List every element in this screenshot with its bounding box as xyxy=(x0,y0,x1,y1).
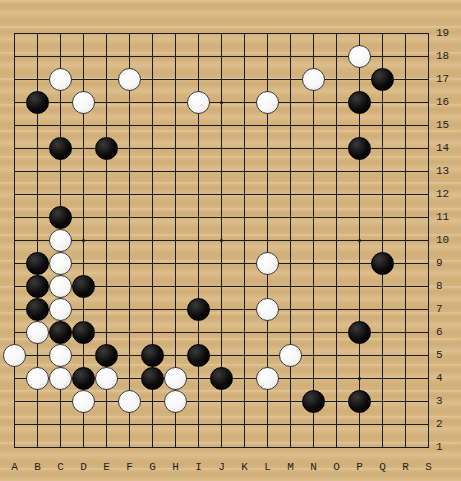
star-point xyxy=(358,239,361,242)
white-stone[interactable] xyxy=(49,298,72,321)
row-label: 13 xyxy=(436,160,461,183)
column-label: K xyxy=(233,459,256,475)
column-label: P xyxy=(348,459,371,475)
white-stone[interactable] xyxy=(49,68,72,91)
row-label: 16 xyxy=(436,91,461,114)
black-stone[interactable] xyxy=(187,344,210,367)
white-stone[interactable] xyxy=(49,275,72,298)
black-stone[interactable] xyxy=(302,390,325,413)
white-stone[interactable] xyxy=(187,91,210,114)
white-stone[interactable] xyxy=(302,68,325,91)
column-label: L xyxy=(256,459,279,475)
black-stone[interactable] xyxy=(26,275,49,298)
row-label: 3 xyxy=(436,390,461,413)
black-stone[interactable] xyxy=(49,137,72,160)
white-stone[interactable] xyxy=(256,367,279,390)
black-stone[interactable] xyxy=(210,367,233,390)
black-stone[interactable] xyxy=(49,206,72,229)
row-label: 8 xyxy=(436,275,461,298)
row-label: 17 xyxy=(436,68,461,91)
row-label: 2 xyxy=(436,413,461,436)
white-stone[interactable] xyxy=(164,390,187,413)
row-label: 14 xyxy=(436,137,461,160)
white-stone[interactable] xyxy=(348,45,371,68)
black-stone[interactable] xyxy=(49,321,72,344)
black-stone[interactable] xyxy=(348,321,371,344)
black-stone[interactable] xyxy=(26,91,49,114)
black-stone[interactable] xyxy=(371,252,394,275)
white-stone[interactable] xyxy=(256,298,279,321)
white-stone[interactable] xyxy=(26,367,49,390)
column-label: D xyxy=(72,459,95,475)
white-stone[interactable] xyxy=(72,91,95,114)
stones-layer[interactable] xyxy=(3,22,440,459)
star-point xyxy=(220,239,223,242)
column-label: M xyxy=(279,459,302,475)
black-stone[interactable] xyxy=(95,344,118,367)
black-stone[interactable] xyxy=(72,367,95,390)
black-stone[interactable] xyxy=(95,137,118,160)
white-stone[interactable] xyxy=(26,321,49,344)
black-stone[interactable] xyxy=(187,298,210,321)
column-label: J xyxy=(210,459,233,475)
white-stone[interactable] xyxy=(118,390,141,413)
row-label: 15 xyxy=(436,114,461,137)
white-stone[interactable] xyxy=(49,252,72,275)
row-label: 10 xyxy=(436,229,461,252)
column-label: E xyxy=(95,459,118,475)
column-label: S xyxy=(417,459,440,475)
column-label: Q xyxy=(371,459,394,475)
row-labels: 19181716151413121110987654321 xyxy=(436,22,461,459)
white-stone[interactable] xyxy=(256,91,279,114)
row-label: 5 xyxy=(436,344,461,367)
column-label: N xyxy=(302,459,325,475)
white-stone[interactable] xyxy=(164,367,187,390)
white-stone[interactable] xyxy=(49,367,72,390)
row-label: 4 xyxy=(436,367,461,390)
column-label: H xyxy=(164,459,187,475)
black-stone[interactable] xyxy=(348,91,371,114)
white-stone[interactable] xyxy=(95,367,118,390)
column-label: C xyxy=(49,459,72,475)
black-stone[interactable] xyxy=(141,367,164,390)
row-label: 19 xyxy=(436,22,461,45)
star-point xyxy=(82,239,85,242)
white-stone[interactable] xyxy=(279,344,302,367)
black-stone[interactable] xyxy=(348,137,371,160)
black-stone[interactable] xyxy=(72,275,95,298)
row-label: 12 xyxy=(436,183,461,206)
row-label: 9 xyxy=(436,252,461,275)
column-label: F xyxy=(118,459,141,475)
column-label: G xyxy=(141,459,164,475)
white-stone[interactable] xyxy=(256,252,279,275)
black-stone[interactable] xyxy=(26,252,49,275)
row-label: 18 xyxy=(436,45,461,68)
black-stone[interactable] xyxy=(26,298,49,321)
column-label: B xyxy=(26,459,49,475)
column-label: I xyxy=(187,459,210,475)
column-label: A xyxy=(3,459,26,475)
column-label: R xyxy=(394,459,417,475)
white-stone[interactable] xyxy=(72,390,95,413)
column-label: O xyxy=(325,459,348,475)
white-stone[interactable] xyxy=(3,344,26,367)
white-stone[interactable] xyxy=(49,344,72,367)
star-point xyxy=(358,377,361,380)
row-label: 1 xyxy=(436,436,461,459)
row-label: 11 xyxy=(436,206,461,229)
row-label: 7 xyxy=(436,298,461,321)
black-stone[interactable] xyxy=(371,68,394,91)
row-label: 6 xyxy=(436,321,461,344)
black-stone[interactable] xyxy=(141,344,164,367)
star-point xyxy=(220,101,223,104)
white-stone[interactable] xyxy=(49,229,72,252)
white-stone[interactable] xyxy=(118,68,141,91)
black-stone[interactable] xyxy=(348,390,371,413)
column-labels: ABCDEFGHIJKLMNOPQRS xyxy=(3,459,440,475)
go-board[interactable]: ABCDEFGHIJKLMNOPQRS 19181716151413121110… xyxy=(0,0,461,481)
black-stone[interactable] xyxy=(72,321,95,344)
